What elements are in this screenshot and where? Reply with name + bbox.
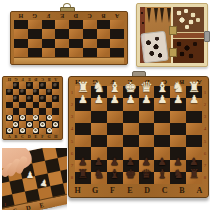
box-bottom-edge bbox=[14, 57, 124, 64]
board-square bbox=[69, 48, 83, 57]
coordinate-label: 7 bbox=[202, 163, 208, 168]
board-square bbox=[154, 135, 170, 147]
photo-chess-board-setup: ABCDEFGH 12345678 ♜♞♝♚♛♝♞♜♟♟♟♟♟♟♟♟♟♟♟♟♟♟… bbox=[68, 71, 209, 200]
board-square bbox=[55, 48, 69, 57]
rank-numbers-right: 12345678 bbox=[202, 86, 208, 184]
black-checker bbox=[13, 96, 18, 101]
coordinate-label: A bbox=[191, 184, 208, 197]
board-square bbox=[123, 135, 139, 147]
board-square: ♛ bbox=[139, 172, 155, 184]
black-checker bbox=[40, 96, 45, 101]
board-square bbox=[186, 111, 202, 123]
board-edge-letters: CDE bbox=[2, 187, 67, 210]
board-square bbox=[83, 20, 97, 29]
coordinate-label: A bbox=[6, 134, 13, 139]
file-letters-bottom: HGFEDCBA bbox=[69, 184, 208, 197]
board-square bbox=[83, 39, 97, 48]
board-square bbox=[170, 123, 186, 135]
board-square: ♝ bbox=[107, 86, 123, 98]
board-square: ♟ bbox=[186, 98, 202, 110]
board-square bbox=[14, 48, 28, 57]
coordinate-label: F bbox=[104, 184, 121, 197]
board-square bbox=[107, 135, 123, 147]
photo-hand-placing-piece: CDE 1 ♟ ♟ bbox=[2, 148, 67, 210]
board-square bbox=[75, 135, 91, 147]
coordinate-label: C bbox=[156, 77, 173, 86]
photo-folded-chess-box: ABCDEFGH bbox=[2, 2, 130, 70]
coordinate-label: E bbox=[55, 12, 69, 20]
white-checker bbox=[33, 115, 38, 120]
board-square bbox=[28, 20, 42, 29]
coordinate-label: 3 bbox=[202, 114, 208, 119]
board-square bbox=[14, 20, 28, 29]
white-checker bbox=[7, 115, 12, 120]
board-square: ♞ bbox=[91, 172, 107, 184]
board-square bbox=[97, 29, 111, 38]
board-square: ♟ bbox=[139, 160, 155, 172]
coordinate-label: C bbox=[156, 184, 173, 197]
board-square: ♝ bbox=[107, 172, 123, 184]
board-square: ♟ bbox=[170, 98, 186, 110]
black-checker bbox=[27, 83, 32, 88]
white-checker bbox=[7, 128, 12, 133]
coordinate-label: D bbox=[139, 77, 156, 86]
photo-checkers-board: ABCDEFGH ABCDEFGH bbox=[2, 76, 63, 140]
black-checker bbox=[7, 89, 12, 94]
chess-board-frame: ABCDEFGH 12345678 ♜♞♝♚♛♝♞♜♟♟♟♟♟♟♟♟♟♟♟♟♟♟… bbox=[68, 76, 209, 198]
black-checker bbox=[33, 89, 38, 94]
coordinate-label: D bbox=[26, 134, 33, 139]
coordinate-label: F bbox=[42, 12, 56, 20]
hinge-icon bbox=[169, 48, 177, 57]
coordinate-label: D bbox=[25, 204, 31, 210]
coordinate-label: G bbox=[86, 77, 103, 86]
board-square bbox=[91, 147, 107, 159]
coordinate-label: E bbox=[121, 77, 138, 86]
board-square bbox=[154, 123, 170, 135]
side-clasp-icon bbox=[204, 31, 210, 42]
board-square bbox=[28, 39, 42, 48]
coordinate-label: H bbox=[52, 134, 59, 139]
board-square bbox=[69, 29, 83, 38]
chess-board: ♜♞♝♚♛♝♞♜♟♟♟♟♟♟♟♟♟♟♟♟♟♟♟♟♜♞♝♚♛♝♞♜ bbox=[75, 86, 202, 184]
black-checker bbox=[40, 83, 45, 88]
board-square: ♜ bbox=[186, 86, 202, 98]
board-square bbox=[97, 20, 111, 29]
board-square bbox=[170, 111, 186, 123]
board-square: ♞ bbox=[170, 86, 186, 98]
coordinate-label: B bbox=[173, 184, 190, 197]
board-square bbox=[52, 128, 59, 135]
black-checker bbox=[27, 96, 32, 101]
board-square bbox=[91, 135, 107, 147]
board-square bbox=[75, 147, 91, 159]
board-square bbox=[14, 39, 28, 48]
coordinate-label: G bbox=[46, 134, 53, 139]
board-square bbox=[46, 128, 53, 135]
white-checker bbox=[20, 115, 25, 120]
board-square: ♜ bbox=[75, 86, 91, 98]
file-letters-upside-down: ABCDEFGH bbox=[69, 77, 208, 86]
board-square bbox=[139, 111, 155, 123]
coordinate-label: H bbox=[14, 12, 28, 20]
board-square bbox=[170, 135, 186, 147]
board-square bbox=[110, 39, 124, 48]
black-checker bbox=[53, 83, 58, 88]
coordinate-label: 6 bbox=[202, 151, 208, 156]
board-square bbox=[42, 20, 56, 29]
board-square bbox=[55, 39, 69, 48]
white-checker bbox=[47, 128, 52, 133]
white-checker bbox=[53, 122, 58, 127]
white-checker bbox=[40, 122, 45, 127]
board-square bbox=[107, 147, 123, 159]
board-square bbox=[139, 147, 155, 159]
coordinate-label: E bbox=[121, 184, 138, 197]
coordinate-label: G bbox=[28, 12, 42, 20]
board-square bbox=[123, 123, 139, 135]
board-square bbox=[33, 128, 40, 135]
white-checker bbox=[13, 122, 18, 127]
board-square bbox=[110, 20, 124, 29]
board-square: ♟ bbox=[154, 160, 170, 172]
coordinate-label: 2 bbox=[202, 102, 208, 107]
board-square bbox=[186, 123, 202, 135]
coordinate-label: F bbox=[39, 134, 46, 139]
hinge-icon bbox=[169, 26, 177, 35]
bag-of-dark-pieces bbox=[140, 31, 168, 63]
coordinate-label: D bbox=[139, 184, 156, 197]
board-square bbox=[154, 111, 170, 123]
white-checker bbox=[47, 115, 52, 120]
photo-open-box-interior bbox=[136, 3, 208, 67]
file-letters: ABCDEFGH bbox=[6, 134, 59, 139]
board-square: ♟ bbox=[170, 160, 186, 172]
board-square bbox=[123, 111, 139, 123]
board-square bbox=[97, 48, 111, 57]
black-checker bbox=[13, 83, 18, 88]
board-square bbox=[186, 147, 202, 159]
held-white-piece: ♟ bbox=[26, 170, 34, 180]
board-square bbox=[91, 111, 107, 123]
board-square bbox=[107, 123, 123, 135]
board-square bbox=[13, 128, 20, 135]
board-square: ♜ bbox=[75, 172, 91, 184]
board-square: ♟ bbox=[107, 98, 123, 110]
board-square bbox=[107, 111, 123, 123]
rank-number-label: 1 bbox=[4, 202, 7, 207]
board-square: ♝ bbox=[154, 172, 170, 184]
board-square bbox=[139, 135, 155, 147]
board-square bbox=[69, 20, 83, 29]
board-square bbox=[19, 128, 26, 135]
board-square bbox=[110, 29, 124, 38]
board-square bbox=[28, 48, 42, 57]
coordinate-label: C bbox=[12, 207, 18, 210]
board-square: ♞ bbox=[170, 172, 186, 184]
board-square bbox=[91, 123, 107, 135]
white-checker bbox=[20, 128, 25, 133]
compartment-divider bbox=[173, 32, 204, 39]
board-square bbox=[55, 20, 69, 29]
board-square: ♛ bbox=[139, 86, 155, 98]
board-square bbox=[170, 147, 186, 159]
board-square bbox=[75, 123, 91, 135]
backgammon-half bbox=[140, 7, 171, 63]
board-square: ♞ bbox=[91, 86, 107, 98]
white-checker bbox=[33, 128, 38, 133]
dark-pieces-compartment bbox=[173, 39, 204, 63]
coordinate-label: 1 bbox=[202, 90, 208, 95]
coordinate-label: F bbox=[104, 77, 121, 86]
board-square: ♟ bbox=[154, 98, 170, 110]
coordinate-label: H bbox=[69, 184, 86, 197]
board-square bbox=[14, 29, 28, 38]
coordinate-label: C bbox=[19, 134, 26, 139]
black-checker bbox=[20, 89, 25, 94]
board-square bbox=[26, 128, 33, 135]
board-square bbox=[42, 39, 56, 48]
board-square bbox=[186, 135, 202, 147]
coordinate-label: B bbox=[173, 77, 190, 86]
board-square bbox=[39, 128, 46, 135]
coordinate-label: B bbox=[97, 12, 111, 20]
board-square bbox=[97, 39, 111, 48]
board-square: ♟ bbox=[123, 98, 139, 110]
board-square bbox=[139, 123, 155, 135]
black-checker bbox=[47, 89, 52, 94]
board-square bbox=[42, 29, 56, 38]
board-square bbox=[75, 111, 91, 123]
coordinate-label: A bbox=[110, 12, 124, 20]
folded-box-face: ABCDEFGH bbox=[10, 11, 128, 65]
board-square bbox=[154, 147, 170, 159]
board-square bbox=[69, 39, 83, 48]
board-square bbox=[110, 48, 124, 57]
checkers-board bbox=[6, 82, 59, 134]
white-piece-on-board: ♟ bbox=[39, 177, 49, 188]
coordinate-label: G bbox=[86, 184, 103, 197]
coordinate-label: E bbox=[33, 134, 40, 139]
black-checker bbox=[53, 96, 58, 101]
board-square bbox=[83, 48, 97, 57]
board-square: ♚ bbox=[123, 86, 139, 98]
coordinate-label: A bbox=[191, 77, 208, 86]
board-square: ♟ bbox=[139, 98, 155, 110]
storage-half bbox=[173, 7, 204, 63]
folded-box-checkerboard bbox=[14, 20, 124, 57]
board-square: ♚ bbox=[123, 172, 139, 184]
board-square: ♝ bbox=[154, 86, 170, 98]
board-square bbox=[55, 29, 69, 38]
white-pieces-compartment bbox=[173, 7, 204, 32]
coordinate-label: C bbox=[83, 12, 97, 20]
board-square: ♟ bbox=[123, 160, 139, 172]
board-square: ♟ bbox=[91, 160, 107, 172]
file-letters-upside-down: ABCDEFGH bbox=[14, 12, 124, 20]
coordinate-label: H bbox=[69, 77, 86, 86]
backgammon-points bbox=[147, 8, 171, 23]
board-square bbox=[6, 128, 13, 135]
coordinate-label: E bbox=[39, 201, 45, 209]
coordinate-label: 5 bbox=[202, 139, 208, 144]
coordinate-label: 4 bbox=[202, 126, 208, 131]
board-square: ♟ bbox=[91, 98, 107, 110]
board-square: ♜ bbox=[186, 172, 202, 184]
board-square bbox=[42, 48, 56, 57]
white-checker bbox=[27, 122, 32, 127]
coordinate-label: B bbox=[13, 134, 20, 139]
board-square bbox=[28, 29, 42, 38]
board-square: ♟ bbox=[75, 98, 91, 110]
coordinate-label: D bbox=[69, 12, 83, 20]
board-square bbox=[83, 29, 97, 38]
board-square: ♟ bbox=[107, 160, 123, 172]
coordinate-label: 8 bbox=[202, 175, 208, 180]
board-square bbox=[123, 147, 139, 159]
board-square: ♟ bbox=[75, 160, 91, 172]
board-square: ♟ bbox=[186, 160, 202, 172]
